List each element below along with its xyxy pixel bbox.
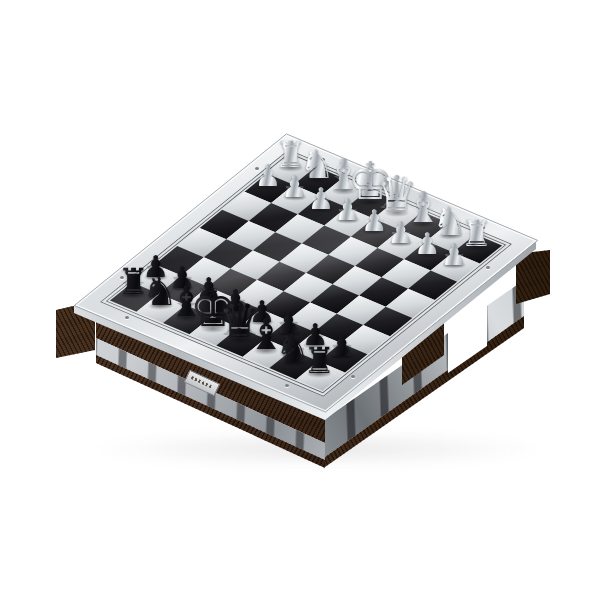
piece-white-pawn-g2: ♟ bbox=[281, 173, 308, 202]
piece-white-pawn-h2: ♟ bbox=[255, 162, 282, 191]
piece-white-pawn-f2: ♟ bbox=[308, 184, 335, 213]
piece-white-pawn-e2: ♟ bbox=[334, 195, 361, 224]
product-photo-scene: ♜♜♞♞♝♝♛♛♚♚♝♝♞♞♜♜♟♟♟♟♟♟♟♟♟♟♟♟♟♟♟♟♟♟♟♟♟♟♟♟… bbox=[0, 0, 600, 600]
piece-white-pawn-a2: ♟ bbox=[441, 241, 468, 270]
piece-white-pawn-d2: ♟ bbox=[361, 207, 388, 236]
piece-white-pawn-b2: ♟ bbox=[414, 229, 441, 258]
pieces-layer: ♜♜♞♞♝♝♛♛♚♚♝♝♞♞♜♜♟♟♟♟♟♟♟♟♟♟♟♟♟♟♟♟♟♟♟♟♟♟♟♟… bbox=[0, 0, 600, 600]
piece-white-pawn-c2: ♟ bbox=[388, 218, 415, 247]
piece-black-rook-a8: ♜ bbox=[303, 344, 335, 378]
